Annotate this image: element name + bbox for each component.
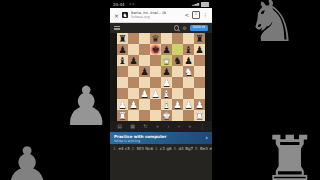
square-b1[interactable]: [128, 110, 139, 121]
piece-white-rook[interactable]: ♜: [117, 110, 128, 121]
square-h8[interactable]: ♜: [194, 33, 205, 44]
square-b5[interactable]: [128, 66, 139, 77]
square-b4[interactable]: [128, 77, 139, 88]
square-a4[interactable]: [117, 77, 128, 88]
lichess-header: ⚙ SIGN IN: [110, 23, 212, 33]
square-b6[interactable]: ♟: [128, 55, 139, 66]
square-h1[interactable]: ♜: [194, 110, 205, 121]
square-c4[interactable]: [139, 77, 150, 88]
move-number: 4.: [173, 146, 177, 151]
square-c7[interactable]: [139, 44, 150, 55]
first-move-icon[interactable]: «: [156, 124, 159, 129]
square-e1[interactable]: ♚: [161, 110, 172, 121]
square-a5[interactable]: [117, 66, 128, 77]
piece-black-pawn[interactable]: ♟: [117, 44, 128, 55]
square-f5[interactable]: [172, 66, 183, 77]
background-rook-icon: ♜: [262, 128, 318, 180]
move-number: 2.: [131, 146, 135, 151]
close-tab-icon[interactable]: ×: [114, 12, 119, 19]
square-g7[interactable]: ♝: [183, 44, 194, 55]
piece-white-pawn[interactable]: ♟: [161, 77, 172, 88]
piece-black-pawn[interactable]: ♟: [161, 66, 172, 77]
phone-screen: 20:44 ◦ ▫ ▫ ▂▄▆ × ♞ Bania, Int. Anal... …: [110, 0, 212, 180]
banner-text: Practice with computer White is winning: [114, 134, 203, 143]
square-f4[interactable]: [172, 77, 183, 88]
piece-white-pawn[interactable]: ♟: [183, 99, 194, 110]
square-g1[interactable]: [183, 110, 194, 121]
square-b8[interactable]: [128, 33, 139, 44]
square-g2[interactable]: ♟: [183, 99, 194, 110]
piece-white-pawn[interactable]: ♟: [150, 88, 161, 99]
square-b7[interactable]: [128, 44, 139, 55]
last-move-icon[interactable]: »: [188, 124, 191, 129]
square-h6[interactable]: [194, 55, 205, 66]
chess-board[interactable]: ♜♛♜♟♚♟♝♟♝♟♛♞♟♟♟♞♟♟♟♝♟♟♝♟♟♟♜♚♜: [117, 33, 205, 121]
square-g5[interactable]: ♞: [183, 66, 194, 77]
move-san[interactable]: Nc6: [145, 146, 153, 151]
piece-black-rook[interactable]: ♜: [117, 33, 128, 44]
square-f3[interactable]: [172, 88, 183, 99]
square-c5[interactable]: ♟: [139, 66, 150, 77]
piece-black-king[interactable]: ♚: [150, 44, 161, 55]
lichess-favicon-icon: ♞: [122, 12, 128, 18]
prev-move-icon[interactable]: ‹: [167, 124, 169, 129]
move-san[interactable]: d3: [179, 146, 184, 151]
piece-white-bishop[interactable]: ♝: [161, 88, 172, 99]
background-pawn-icon: ♟: [62, 80, 110, 134]
signal-icon: ▂▄▆: [192, 2, 199, 6]
piece-black-bishop[interactable]: ♝: [117, 55, 128, 66]
piece-black-knight[interactable]: ♞: [172, 55, 183, 66]
square-f7[interactable]: [172, 44, 183, 55]
square-a2[interactable]: ♟: [117, 99, 128, 110]
piece-white-pawn[interactable]: ♟: [172, 99, 183, 110]
battery-icon: [201, 2, 209, 7]
move-number: 1.: [113, 146, 117, 151]
move-san[interactable]: Bg7: [185, 146, 193, 151]
square-e2[interactable]: ♝: [161, 99, 172, 110]
board-icon[interactable]: ▤: [117, 124, 122, 129]
next-move-icon[interactable]: ›: [178, 124, 180, 129]
square-c3[interactable]: ♟: [139, 88, 150, 99]
square-c6[interactable]: [139, 55, 150, 66]
browser-address-bar: × ♞ Bania, Int. Anal... (B lichess.org <…: [110, 8, 212, 23]
square-a1[interactable]: ♜: [117, 110, 128, 121]
square-a3[interactable]: [117, 88, 128, 99]
square-a7[interactable]: ♟: [117, 44, 128, 55]
notification-icons: ◦ ▫ ▫: [127, 2, 135, 6]
piece-white-pawn[interactable]: ♟: [194, 99, 205, 110]
more-menu-icon[interactable]: ⋮: [200, 124, 205, 129]
square-f8[interactable]: [172, 33, 183, 44]
piece-black-pawn[interactable]: ♟: [194, 44, 205, 55]
square-g3[interactable]: [183, 88, 194, 99]
square-f2[interactable]: ♟: [172, 99, 183, 110]
piece-black-pawn[interactable]: ♟: [128, 55, 139, 66]
square-h5[interactable]: [194, 66, 205, 77]
move-san[interactable]: Nf3: [137, 146, 144, 151]
piece-black-pawn[interactable]: ♟: [139, 66, 150, 77]
square-h4[interactable]: [194, 77, 205, 88]
move-san[interactable]: e4: [118, 146, 123, 151]
square-e4[interactable]: ♟: [161, 77, 172, 88]
gear-icon[interactable]: ⚙: [182, 26, 186, 31]
piece-white-queen[interactable]: ♛: [161, 55, 172, 66]
square-a8[interactable]: ♜: [117, 33, 128, 44]
square-c1[interactable]: [139, 110, 150, 121]
hamburger-menu-icon[interactable]: [114, 26, 120, 31]
square-e7[interactable]: ♟: [161, 44, 172, 55]
piece-white-bishop[interactable]: ♝: [161, 99, 172, 110]
move-san[interactable]: Be3: [200, 146, 208, 151]
tab-switcher-button[interactable]: 1: [192, 11, 200, 19]
piece-black-pawn[interactable]: ♟: [161, 44, 172, 55]
square-e6[interactable]: ♛: [161, 55, 172, 66]
piece-black-rook[interactable]: ♜: [194, 33, 205, 44]
android-status-bar: 20:44 ◦ ▫ ▫ ▂▄▆: [110, 0, 212, 8]
move-san[interactable]: c3: [160, 146, 165, 151]
square-e8[interactable]: [161, 33, 172, 44]
piece-white-pawn[interactable]: ♟: [139, 88, 150, 99]
square-f6[interactable]: ♞: [172, 55, 183, 66]
piece-white-pawn[interactable]: ♟: [128, 99, 139, 110]
square-c2[interactable]: [139, 99, 150, 110]
square-d4[interactable]: [150, 77, 161, 88]
piece-white-pawn[interactable]: ♟: [117, 99, 128, 110]
piece-white-knight[interactable]: ♞: [183, 66, 194, 77]
browser-menu-icon[interactable]: ⋮: [203, 12, 209, 18]
square-h2[interactable]: ♟: [194, 99, 205, 110]
move-number: 5.: [195, 146, 199, 151]
search-icon[interactable]: [174, 25, 180, 31]
letterbox-stage: ♞♜♟♟ 20:44 ◦ ▫ ▫ ▂▄▆ × ♞ Bania, Int. Ana…: [0, 0, 320, 180]
clock: 20:44: [113, 2, 125, 7]
page-url: lichess.org: [131, 15, 181, 19]
cycle-icon[interactable]: ↻: [143, 124, 147, 129]
banner-subtitle: White is winning: [114, 139, 203, 143]
square-g8[interactable]: [183, 33, 194, 44]
square-d2[interactable]: [150, 99, 161, 110]
square-f1[interactable]: [172, 110, 183, 121]
chevron-right-icon: ›: [205, 135, 208, 142]
square-b2[interactable]: ♟: [128, 99, 139, 110]
piece-black-queen[interactable]: ♛: [150, 33, 161, 44]
piece-white-rook[interactable]: ♜: [194, 110, 205, 121]
piece-black-pawn[interactable]: ♟: [183, 55, 194, 66]
square-e5[interactable]: ♟: [161, 66, 172, 77]
page-title-block[interactable]: Bania, Int. Anal... (B lichess.org: [131, 11, 181, 19]
square-d6[interactable]: [150, 55, 161, 66]
background-pawn-icon: ♟: [2, 140, 52, 180]
move-san[interactable]: e5: [209, 146, 212, 151]
piece-white-king[interactable]: ♚: [161, 110, 172, 121]
sign-in-button[interactable]: SIGN IN: [190, 25, 208, 31]
square-g6[interactable]: ♟: [183, 55, 194, 66]
move-san[interactable]: c5: [125, 146, 130, 151]
analysis-toolbar: ▤▦↻«‹›»⋮: [110, 121, 212, 132]
move-san[interactable]: g6: [166, 146, 171, 151]
square-d8[interactable]: ♛: [150, 33, 161, 44]
background-knight-icon: ♞: [246, 0, 298, 50]
square-e3[interactable]: ♝: [161, 88, 172, 99]
square-h3[interactable]: [194, 88, 205, 99]
square-g4[interactable]: [183, 77, 194, 88]
square-d7[interactable]: ♚: [150, 44, 161, 55]
piece-black-bishop[interactable]: ♝: [183, 44, 194, 55]
square-a6[interactable]: ♝: [117, 55, 128, 66]
square-h7[interactable]: ♟: [194, 44, 205, 55]
book-icon[interactable]: ▦: [130, 124, 135, 129]
share-icon[interactable]: <: [184, 12, 189, 18]
square-d3[interactable]: ♟: [150, 88, 161, 99]
square-b3[interactable]: [128, 88, 139, 99]
square-c8[interactable]: [139, 33, 150, 44]
move-list: 1.e4c52.Nf3Nc63.c3g64.d3Bg75.Be3e56.Be2N…: [110, 144, 212, 180]
square-d5[interactable]: [150, 66, 161, 77]
practice-banner[interactable]: Practice with computer White is winning …: [110, 132, 212, 144]
square-d1[interactable]: [150, 110, 161, 121]
move-number: 3.: [155, 146, 159, 151]
